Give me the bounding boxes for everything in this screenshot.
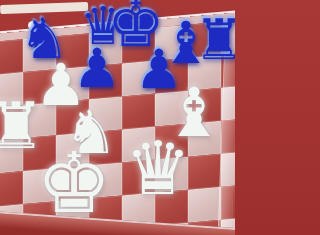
piece-white-queen-e4[interactable]: ♛ — [125, 131, 191, 205]
piece-white-king-c3[interactable]: ♚ — [36, 141, 111, 225]
pieces-layer: ♞♛♚♝♜♟♟♟♜♞♝♛♚ — [0, 0, 235, 235]
piece-blue-rook-g7[interactable]: ♜ — [194, 12, 235, 68]
